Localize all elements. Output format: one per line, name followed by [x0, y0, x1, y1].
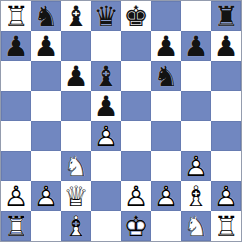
square-d1[interactable] — [91, 211, 121, 241]
square-e4[interactable] — [121, 121, 151, 151]
piece-white-knight[interactable]: ♞♘ — [61, 151, 91, 181]
square-f6[interactable]: ♞ — [151, 61, 181, 91]
square-d2[interactable] — [91, 181, 121, 211]
piece-white-pawn[interactable]: ♟♙ — [121, 181, 151, 211]
piece-black-pawn[interactable]: ♟ — [31, 31, 61, 61]
pawn-glyph: ♟ — [151, 31, 181, 61]
square-d4[interactable]: ♟♙ — [91, 121, 121, 151]
knight-glyph-outline: ♘ — [181, 211, 211, 241]
square-f4[interactable] — [151, 121, 181, 151]
pawn-glyph-outline: ♙ — [31, 181, 61, 211]
square-f3[interactable] — [151, 151, 181, 181]
square-a1[interactable]: ♜♖ — [1, 211, 31, 241]
pawn-glyph-outline: ♙ — [91, 121, 121, 151]
pawn-glyph-outline: ♙ — [151, 181, 181, 211]
square-b2[interactable]: ♟♙ — [31, 181, 61, 211]
piece-white-pawn[interactable]: ♟♙ — [181, 151, 211, 181]
square-a5[interactable] — [1, 91, 31, 121]
square-c3[interactable]: ♞♘ — [61, 151, 91, 181]
square-a8[interactable]: ♜♖ — [1, 1, 31, 31]
chess-board: ♜♖♞♝♛♚♜♟♟♟♟♟♟♝♞♟♟♙♞♘♟♙♟♙♟♙♛♕♟♙♟♙♝♗♟♙♜♖♝♗… — [0, 0, 242, 242]
rook-glyph: ♜ — [211, 1, 241, 31]
square-g1[interactable]: ♞♘ — [181, 211, 211, 241]
piece-white-queen[interactable]: ♛♕ — [61, 181, 91, 211]
square-b8[interactable]: ♞ — [31, 1, 61, 31]
square-f7[interactable]: ♟ — [151, 31, 181, 61]
rook-glyph-outline: ♖ — [1, 211, 31, 241]
square-d3[interactable] — [91, 151, 121, 181]
pawn-glyph: ♟ — [181, 31, 211, 61]
piece-black-rook[interactable]: ♜ — [211, 1, 241, 31]
piece-black-pawn[interactable]: ♟ — [151, 31, 181, 61]
square-f8[interactable] — [151, 1, 181, 31]
square-e7[interactable] — [121, 31, 151, 61]
king-glyph: ♚ — [121, 1, 151, 31]
piece-black-pawn[interactable]: ♟ — [211, 31, 241, 61]
square-b7[interactable]: ♟ — [31, 31, 61, 61]
bishop-glyph: ♝ — [91, 61, 121, 91]
square-b6[interactable] — [31, 61, 61, 91]
piece-white-king[interactable]: ♚♔ — [121, 211, 151, 241]
square-a6[interactable] — [1, 61, 31, 91]
square-d7[interactable] — [91, 31, 121, 61]
pawn-glyph: ♟ — [211, 31, 241, 61]
piece-black-queen[interactable]: ♛ — [91, 1, 121, 31]
square-h4[interactable] — [211, 121, 241, 151]
square-h2[interactable]: ♟♙ — [211, 181, 241, 211]
knight-glyph-outline: ♘ — [61, 151, 91, 181]
square-h5[interactable] — [211, 91, 241, 121]
square-f5[interactable] — [151, 91, 181, 121]
piece-black-bishop[interactable]: ♝ — [61, 1, 91, 31]
piece-black-pawn[interactable]: ♟ — [181, 31, 211, 61]
pawn-glyph: ♟ — [1, 31, 31, 61]
piece-white-pawn[interactable]: ♟♙ — [31, 181, 61, 211]
square-c4[interactable] — [61, 121, 91, 151]
piece-black-knight[interactable]: ♞ — [151, 61, 181, 91]
square-e3[interactable] — [121, 151, 151, 181]
square-h8[interactable]: ♜ — [211, 1, 241, 31]
bishop-glyph-outline: ♗ — [181, 181, 211, 211]
square-g5[interactable] — [181, 91, 211, 121]
square-e2[interactable]: ♟♙ — [121, 181, 151, 211]
square-g4[interactable] — [181, 121, 211, 151]
piece-white-pawn[interactable]: ♟♙ — [1, 181, 31, 211]
square-a3[interactable] — [1, 151, 31, 181]
square-a7[interactable]: ♟ — [1, 31, 31, 61]
square-d6[interactable]: ♝ — [91, 61, 121, 91]
square-f2[interactable]: ♟♙ — [151, 181, 181, 211]
piece-black-king[interactable]: ♚ — [121, 1, 151, 31]
square-b5[interactable] — [31, 91, 61, 121]
piece-white-pawn[interactable]: ♟♙ — [151, 181, 181, 211]
piece-black-pawn[interactable]: ♟ — [91, 91, 121, 121]
piece-black-bishop[interactable]: ♝ — [91, 61, 121, 91]
square-e1[interactable]: ♚♔ — [121, 211, 151, 241]
pawn-glyph-outline: ♙ — [181, 151, 211, 181]
square-e5[interactable] — [121, 91, 151, 121]
king-glyph-outline: ♔ — [121, 211, 151, 241]
square-b1[interactable] — [31, 211, 61, 241]
piece-white-bishop[interactable]: ♝♗ — [181, 181, 211, 211]
square-g6[interactable] — [181, 61, 211, 91]
queen-glyph: ♛ — [91, 1, 121, 31]
piece-white-rook[interactable]: ♜♖ — [1, 211, 31, 241]
bishop-glyph-outline: ♗ — [61, 211, 91, 241]
piece-black-knight[interactable]: ♞ — [31, 1, 61, 31]
square-g8[interactable] — [181, 1, 211, 31]
pawn-glyph: ♟ — [31, 31, 61, 61]
square-g3[interactable]: ♟♙ — [181, 151, 211, 181]
pawn-glyph-outline: ♙ — [121, 181, 151, 211]
square-a2[interactable]: ♟♙ — [1, 181, 31, 211]
piece-white-rook[interactable]: ♜♖ — [211, 211, 241, 241]
square-c6[interactable]: ♟ — [61, 61, 91, 91]
square-c5[interactable] — [61, 91, 91, 121]
pawn-glyph-outline: ♙ — [211, 181, 241, 211]
knight-glyph: ♞ — [31, 1, 61, 31]
square-c1[interactable]: ♝♗ — [61, 211, 91, 241]
square-e6[interactable] — [121, 61, 151, 91]
square-c8[interactable]: ♝ — [61, 1, 91, 31]
piece-white-pawn[interactable]: ♟♙ — [91, 121, 121, 151]
square-h1[interactable]: ♜♖ — [211, 211, 241, 241]
bishop-glyph: ♝ — [61, 1, 91, 31]
piece-white-bishop[interactable]: ♝♗ — [61, 211, 91, 241]
square-c7[interactable] — [61, 31, 91, 61]
piece-black-pawn[interactable]: ♟ — [1, 31, 31, 61]
square-b3[interactable] — [31, 151, 61, 181]
piece-black-pawn[interactable]: ♟ — [61, 61, 91, 91]
square-h7[interactable]: ♟ — [211, 31, 241, 61]
square-g7[interactable]: ♟ — [181, 31, 211, 61]
square-f1[interactable] — [151, 211, 181, 241]
pawn-glyph: ♟ — [61, 61, 91, 91]
knight-glyph: ♞ — [151, 61, 181, 91]
piece-white-pawn[interactable]: ♟♙ — [211, 181, 241, 211]
queen-glyph-outline: ♕ — [61, 181, 91, 211]
rook-glyph-outline: ♖ — [1, 1, 31, 31]
square-d5[interactable]: ♟ — [91, 91, 121, 121]
piece-white-rook[interactable]: ♜♖ — [1, 1, 31, 31]
pawn-glyph: ♟ — [91, 91, 121, 121]
square-d8[interactable]: ♛ — [91, 1, 121, 31]
square-c2[interactable]: ♛♕ — [61, 181, 91, 211]
square-a4[interactable] — [1, 121, 31, 151]
rook-glyph-outline: ♖ — [211, 211, 241, 241]
pawn-glyph-outline: ♙ — [1, 181, 31, 211]
square-h6[interactable] — [211, 61, 241, 91]
piece-white-knight[interactable]: ♞♘ — [181, 211, 211, 241]
square-b4[interactable] — [31, 121, 61, 151]
square-h3[interactable] — [211, 151, 241, 181]
square-g2[interactable]: ♝♗ — [181, 181, 211, 211]
square-e8[interactable]: ♚ — [121, 1, 151, 31]
